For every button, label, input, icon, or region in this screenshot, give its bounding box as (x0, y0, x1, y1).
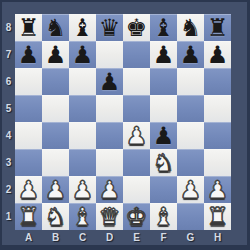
square-h3[interactable] (204, 149, 231, 176)
square-e5[interactable] (123, 95, 150, 122)
square-h4[interactable] (204, 122, 231, 149)
square-a6[interactable] (15, 68, 42, 95)
square-a4[interactable] (15, 122, 42, 149)
square-d7[interactable] (96, 41, 123, 68)
square-c2[interactable]: ♟ (69, 176, 96, 203)
piece-white-pawn: ♟ (126, 124, 148, 148)
square-b4[interactable] (42, 122, 69, 149)
square-g3[interactable] (177, 149, 204, 176)
square-h1[interactable]: ♜ (204, 203, 231, 230)
square-d2[interactable]: ♟ (96, 176, 123, 203)
square-d3[interactable] (96, 149, 123, 176)
square-a2[interactable]: ♟ (15, 176, 42, 203)
square-f8[interactable]: ♝ (150, 14, 177, 41)
rank-label-1: 1 (2, 203, 15, 230)
square-e6[interactable] (123, 68, 150, 95)
file-label-d: D (96, 230, 123, 245)
square-a5[interactable] (15, 95, 42, 122)
square-f7[interactable]: ♟ (150, 41, 177, 68)
piece-white-queen: ♛ (99, 205, 121, 229)
piece-white-pawn: ♟ (207, 178, 229, 202)
square-c3[interactable] (69, 149, 96, 176)
rank-labels: 87654321 (2, 14, 15, 230)
piece-black-rook: ♜ (207, 16, 229, 40)
square-b3[interactable] (42, 149, 69, 176)
piece-black-bishop: ♝ (72, 16, 94, 40)
rank-label-2: 2 (2, 176, 15, 203)
piece-black-pawn: ♟ (18, 43, 40, 67)
chess-board: ♜♞♝♛♚♝♞♜♟♟♟♟♟♟♟♟♟♞♟♟♟♟♟♟♜♞♝♛♚♝♜ (15, 14, 231, 230)
square-g4[interactable] (177, 122, 204, 149)
file-labels: ABCDEFGH (15, 230, 231, 245)
piece-white-rook: ♜ (18, 205, 40, 229)
file-label-h: H (204, 230, 231, 245)
piece-black-pawn: ♟ (153, 43, 175, 67)
file-label-e: E (123, 230, 150, 245)
piece-white-pawn: ♟ (180, 178, 202, 202)
square-a8[interactable]: ♜ (15, 14, 42, 41)
square-b6[interactable] (42, 68, 69, 95)
square-c8[interactable]: ♝ (69, 14, 96, 41)
piece-black-pawn: ♟ (45, 43, 67, 67)
square-f3[interactable]: ♞ (150, 149, 177, 176)
piece-black-pawn: ♟ (72, 43, 94, 67)
file-label-b: B (42, 230, 69, 245)
rank-label-4: 4 (2, 122, 15, 149)
square-e7[interactable] (123, 41, 150, 68)
square-f4[interactable]: ♟ (150, 122, 177, 149)
file-label-g: G (177, 230, 204, 245)
square-c5[interactable] (69, 95, 96, 122)
square-g6[interactable] (177, 68, 204, 95)
piece-black-pawn: ♟ (180, 43, 202, 67)
square-h6[interactable] (204, 68, 231, 95)
rank-label-3: 3 (2, 149, 15, 176)
piece-black-king: ♚ (126, 16, 148, 40)
piece-white-rook: ♜ (207, 205, 229, 229)
piece-white-bishop: ♝ (153, 205, 175, 229)
square-d5[interactable] (96, 95, 123, 122)
piece-black-bishop: ♝ (153, 16, 175, 40)
square-c1[interactable]: ♝ (69, 203, 96, 230)
chessboard-widget: 87654321 ♜♞♝♛♚♝♞♜♟♟♟♟♟♟♟♟♟♞♟♟♟♟♟♟♜♞♝♛♚♝♜… (0, 0, 250, 250)
square-b7[interactable]: ♟ (42, 41, 69, 68)
square-g7[interactable]: ♟ (177, 41, 204, 68)
square-h5[interactable] (204, 95, 231, 122)
piece-white-pawn: ♟ (18, 178, 40, 202)
square-b2[interactable]: ♟ (42, 176, 69, 203)
piece-white-knight: ♞ (153, 151, 175, 175)
square-g1[interactable] (177, 203, 204, 230)
square-a1[interactable]: ♜ (15, 203, 42, 230)
square-h7[interactable]: ♟ (204, 41, 231, 68)
square-d1[interactable]: ♛ (96, 203, 123, 230)
file-label-a: A (15, 230, 42, 245)
file-label-f: F (150, 230, 177, 245)
square-c4[interactable] (69, 122, 96, 149)
piece-black-knight: ♞ (180, 16, 202, 40)
square-b5[interactable] (42, 95, 69, 122)
piece-white-bishop: ♝ (72, 205, 94, 229)
piece-white-pawn: ♟ (99, 178, 121, 202)
square-g8[interactable]: ♞ (177, 14, 204, 41)
piece-black-knight: ♞ (45, 16, 67, 40)
piece-white-king: ♚ (126, 205, 148, 229)
rank-label-6: 6 (2, 68, 15, 95)
piece-black-pawn: ♟ (99, 70, 121, 94)
square-f1[interactable]: ♝ (150, 203, 177, 230)
piece-white-knight: ♞ (45, 205, 67, 229)
square-f2[interactable] (150, 176, 177, 203)
square-h2[interactable]: ♟ (204, 176, 231, 203)
square-b8[interactable]: ♞ (42, 14, 69, 41)
piece-black-queen: ♛ (99, 16, 121, 40)
square-e3[interactable] (123, 149, 150, 176)
square-a7[interactable]: ♟ (15, 41, 42, 68)
square-g2[interactable]: ♟ (177, 176, 204, 203)
piece-white-pawn: ♟ (45, 178, 67, 202)
square-e2[interactable] (123, 176, 150, 203)
square-e4[interactable]: ♟ (123, 122, 150, 149)
file-label-c: C (69, 230, 96, 245)
square-f6[interactable] (150, 68, 177, 95)
piece-black-pawn: ♟ (207, 43, 229, 67)
square-c6[interactable] (69, 68, 96, 95)
square-g5[interactable] (177, 95, 204, 122)
square-c7[interactable]: ♟ (69, 41, 96, 68)
piece-black-rook: ♜ (18, 16, 40, 40)
rank-label-7: 7 (2, 41, 15, 68)
rank-label-5: 5 (2, 95, 15, 122)
piece-black-pawn: ♟ (153, 124, 175, 148)
piece-white-pawn: ♟ (72, 178, 94, 202)
square-h8[interactable]: ♜ (204, 14, 231, 41)
square-d4[interactable] (96, 122, 123, 149)
square-b1[interactable]: ♞ (42, 203, 69, 230)
square-d8[interactable]: ♛ (96, 14, 123, 41)
square-d6[interactable]: ♟ (96, 68, 123, 95)
rank-label-8: 8 (2, 14, 15, 41)
square-a3[interactable] (15, 149, 42, 176)
square-e8[interactable]: ♚ (123, 14, 150, 41)
square-f5[interactable] (150, 95, 177, 122)
square-e1[interactable]: ♚ (123, 203, 150, 230)
